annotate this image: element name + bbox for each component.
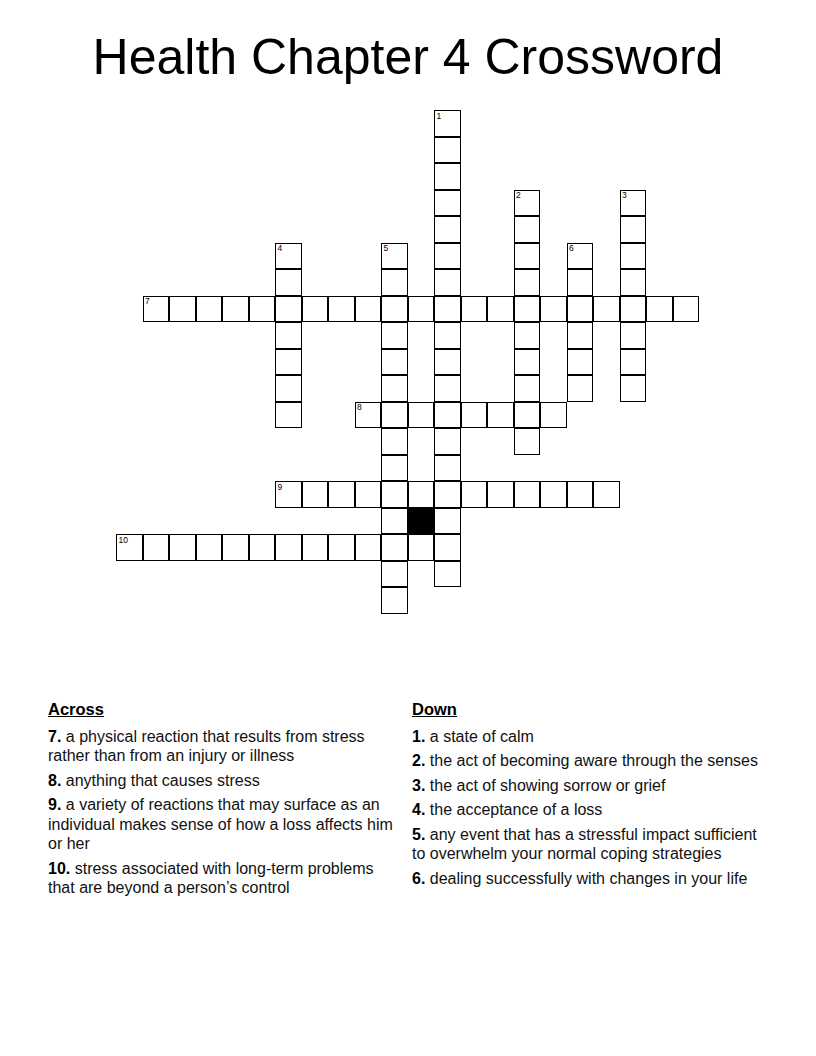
grid-cell[interactable] [540,481,567,508]
grid-cell[interactable] [381,402,408,429]
grid-cell[interactable] [434,163,461,190]
clue-item: 8. anything that causes stress [48,771,404,791]
grid-cell[interactable] [381,296,408,323]
clue-item-number: 8. [48,772,61,789]
grid-cell[interactable] [434,534,461,561]
grid-cell[interactable] [434,455,461,482]
grid-cell[interactable] [381,349,408,376]
cell-clue-number: 1 [437,112,442,121]
grid-cell[interactable] [169,534,196,561]
grid-cell[interactable] [381,508,408,535]
grid-cell[interactable] [514,375,541,402]
grid-cell[interactable]: 10 [116,534,143,561]
cell-clue-number: 5 [384,244,389,253]
grid-cell[interactable]: 4 [275,243,302,270]
grid-cell[interactable] [434,269,461,296]
grid-cell[interactable] [381,561,408,588]
grid-cell[interactable] [461,402,488,429]
clue-item-number: 3. [412,777,425,794]
grid-cell[interactable]: 3 [620,190,647,217]
clue-item-number: 10. [48,860,70,877]
clue-item-number: 6. [412,870,425,887]
grid-cell[interactable] [381,428,408,455]
grid-cell[interactable] [487,481,514,508]
grid-cell[interactable] [434,375,461,402]
grid-cell[interactable] [620,296,647,323]
grid-cell[interactable] [275,534,302,561]
grid-cell[interactable]: 9 [275,481,302,508]
clue-item-number: 5. [412,826,425,843]
down-clues-section: Down 1. a state of calm2. the act of bec… [412,700,768,893]
grid-cell[interactable] [408,534,435,561]
clue-item: 5. any event that has a stressful impact… [412,825,768,864]
grid-cell[interactable] [514,243,541,270]
grid-cell[interactable] [275,375,302,402]
down-header: Down [412,700,768,720]
grid-cell[interactable] [196,296,223,323]
grid-cell[interactable] [567,269,594,296]
grid-cell[interactable] [434,322,461,349]
grid-cell[interactable] [514,322,541,349]
clue-item-number: 4. [412,801,425,818]
grid-cell[interactable] [514,349,541,376]
grid-cell[interactable] [381,534,408,561]
grid-cell[interactable] [355,481,382,508]
grid-cell[interactable] [514,402,541,429]
grid-cell[interactable] [567,349,594,376]
grid-cell[interactable] [620,375,647,402]
crossword-page: Health Chapter 4 Crossword 12345678910 A… [0,0,816,1056]
cell-clue-number: 2 [516,191,521,200]
grid-cell[interactable] [514,216,541,243]
grid-cell[interactable] [434,561,461,588]
grid-cell[interactable] [249,534,276,561]
grid-cell[interactable] [222,296,249,323]
page-title: Health Chapter 4 Crossword [0,28,816,86]
grid-cell[interactable] [434,508,461,535]
clue-item: 3. the act of showing sorrow or grief [412,776,768,796]
grid-cell[interactable] [567,375,594,402]
grid-cell[interactable] [487,402,514,429]
grid-cell[interactable] [355,296,382,323]
grid-cell[interactable] [169,296,196,323]
clue-item-number: 2. [412,752,425,769]
grid-cell[interactable] [593,296,620,323]
grid-cell[interactable] [275,402,302,429]
grid-cell[interactable] [514,269,541,296]
grid-cell[interactable] [328,296,355,323]
grid-cell[interactable] [461,296,488,323]
grid-cell[interactable] [514,428,541,455]
grid-cell[interactable] [275,269,302,296]
across-header: Across [48,700,404,720]
grid-cell[interactable] [275,349,302,376]
grid-cell[interactable] [434,243,461,270]
grid-cell[interactable]: 8 [355,402,382,429]
grid-cell[interactable] [620,216,647,243]
black-cell [408,508,435,535]
grid-cell[interactable] [302,534,329,561]
grid-cell[interactable] [434,481,461,508]
cell-clue-number: 3 [622,191,627,200]
grid-cell[interactable] [540,402,567,429]
grid-cell[interactable]: 7 [143,296,170,323]
grid-cell[interactable] [302,481,329,508]
grid-cell[interactable] [593,481,620,508]
grid-cell[interactable] [673,296,700,323]
grid-cell[interactable] [487,296,514,323]
grid-cell[interactable] [620,322,647,349]
grid-cell[interactable] [434,216,461,243]
grid-cell[interactable] [381,481,408,508]
grid-cell[interactable] [275,296,302,323]
grid-cell[interactable] [355,534,382,561]
cell-clue-number: 7 [145,297,150,306]
grid-cell[interactable]: 5 [381,243,408,270]
grid-cell[interactable] [567,296,594,323]
grid-cell[interactable] [434,402,461,429]
clue-item-number: 9. [48,796,61,813]
grid-cell[interactable] [514,296,541,323]
grid-cell[interactable] [434,349,461,376]
grid-cell[interactable] [408,296,435,323]
grid-cell[interactable] [620,243,647,270]
grid-cell[interactable] [275,322,302,349]
grid-cell[interactable] [408,402,435,429]
clue-item: 9. a variety of reactions that may surfa… [48,795,404,854]
across-clues-section: Across 7. a physical reaction that resul… [48,700,404,903]
clue-item-number: 1. [412,728,425,745]
cell-clue-number: 10 [119,536,128,545]
grid-cell[interactable]: 2 [514,190,541,217]
grid-cell[interactable]: 1 [434,110,461,137]
cell-clue-number: 9 [278,483,283,492]
grid-cell[interactable] [381,322,408,349]
grid-cell[interactable] [646,296,673,323]
grid-cell[interactable] [381,269,408,296]
clue-item: 10. stress associated with long-term pro… [48,859,404,898]
grid-cell[interactable] [143,534,170,561]
grid-cell[interactable] [434,296,461,323]
cell-clue-number: 8 [357,403,362,412]
grid-cell[interactable] [567,481,594,508]
clue-item: 6. dealing successfully with changes in … [412,869,768,889]
grid-cell[interactable] [222,534,249,561]
grid-cell[interactable] [434,428,461,455]
grid-cell[interactable] [540,296,567,323]
grid-cell[interactable] [249,296,276,323]
down-clue-list: 1. a state of calm2. the act of becoming… [412,727,768,889]
crossword-grid: 12345678910 [116,110,700,614]
clue-item: 7. a physical reaction that results from… [48,727,404,766]
across-clue-list: 7. a physical reaction that results from… [48,727,404,898]
grid-cell[interactable] [620,269,647,296]
grid-cell[interactable] [381,587,408,614]
grid-cell[interactable] [302,296,329,323]
clue-item: 1. a state of calm [412,727,768,747]
grid-cell[interactable] [381,455,408,482]
clue-item-number: 7. [48,728,61,745]
grid-cell[interactable] [567,322,594,349]
grid-cell[interactable] [381,375,408,402]
grid-cell[interactable] [434,190,461,217]
clue-item: 2. the act of becoming aware through the… [412,751,768,771]
cell-clue-number: 4 [278,244,283,253]
grid-cell[interactable] [328,534,355,561]
grid-cell[interactable] [461,481,488,508]
grid-cell[interactable] [434,137,461,164]
cell-clue-number: 6 [569,244,574,253]
grid-cell[interactable] [408,481,435,508]
clue-item: 4. the acceptance of a loss [412,800,768,820]
grid-cell[interactable] [514,481,541,508]
grid-cell[interactable] [328,481,355,508]
grid-cell[interactable] [620,349,647,376]
grid-cell[interactable]: 6 [567,243,594,270]
grid-cell[interactable] [196,534,223,561]
